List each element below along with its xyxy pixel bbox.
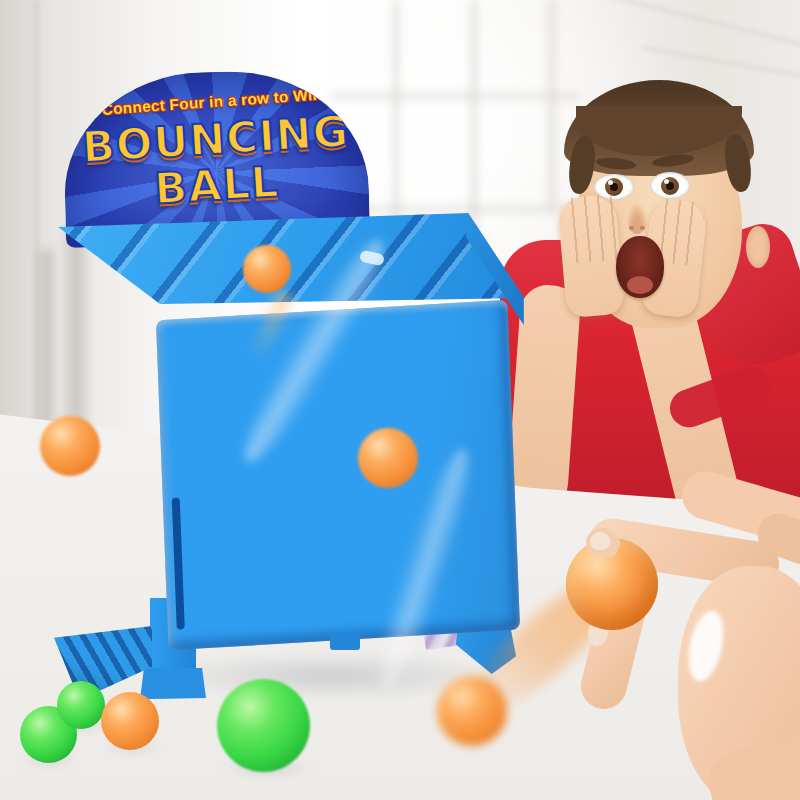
ball-air-bottom	[437, 676, 507, 746]
ball-air-mid	[358, 428, 418, 488]
frame-bottom-tab	[330, 634, 360, 650]
boy-hand-on-cheek-left	[557, 194, 625, 319]
ball-air-top	[243, 245, 291, 293]
board-foot-left	[140, 668, 206, 702]
boy-nostril	[629, 226, 634, 230]
boy-ear-right	[746, 226, 770, 268]
frame-side-slot	[172, 497, 185, 629]
scene: Connect Four in a row to Win! BOUNCING B…	[0, 0, 800, 800]
ball-table-green-2	[57, 681, 105, 729]
boy-iris	[661, 177, 679, 195]
background-frame-bar	[38, 250, 54, 435]
hand-holding-ball	[560, 470, 800, 800]
eye-glint	[664, 179, 669, 184]
boy-open-mouth	[616, 236, 664, 298]
surprised-boy	[500, 80, 800, 510]
ball-air-left	[40, 416, 100, 476]
boy-tongue	[627, 276, 654, 295]
boy-eye-right	[650, 172, 690, 199]
index-fingernail	[590, 532, 610, 550]
boy-nostril	[640, 226, 645, 230]
ball-table-green-big	[217, 679, 310, 772]
eye-glint	[608, 180, 613, 185]
ball-table-orange	[101, 692, 159, 750]
background-frame-bar	[66, 228, 86, 433]
boy-nose	[626, 202, 648, 234]
